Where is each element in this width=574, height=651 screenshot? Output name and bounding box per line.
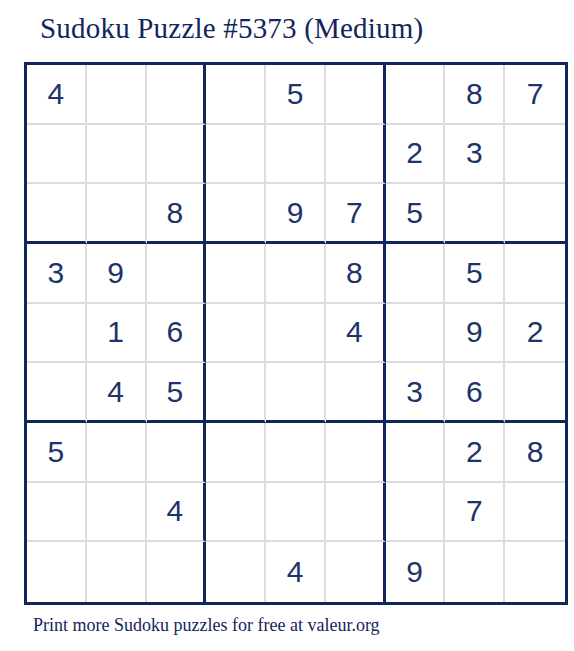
cell-r9c4[interactable] bbox=[206, 542, 266, 602]
cell-r7c7[interactable] bbox=[386, 423, 446, 483]
sudoku-page: Sudoku Puzzle #5373 (Medium) 45872389753… bbox=[0, 0, 574, 651]
cell-r5c1[interactable] bbox=[27, 304, 87, 364]
cell-r7c8[interactable]: 2 bbox=[445, 423, 505, 483]
cell-r7c9[interactable]: 8 bbox=[505, 423, 565, 483]
cell-r1c9[interactable]: 7 bbox=[505, 65, 565, 125]
cell-r9c8[interactable] bbox=[445, 542, 505, 602]
cell-r6c7[interactable]: 3 bbox=[386, 363, 446, 423]
cell-r5c2[interactable]: 1 bbox=[87, 304, 147, 364]
cell-r6c6[interactable] bbox=[326, 363, 386, 423]
cell-r2c4[interactable] bbox=[206, 125, 266, 185]
cell-r9c3[interactable] bbox=[147, 542, 207, 602]
cell-r5c3[interactable]: 6 bbox=[147, 304, 207, 364]
cell-r8c8[interactable]: 7 bbox=[445, 483, 505, 543]
cell-r1c8[interactable]: 8 bbox=[445, 65, 505, 125]
cell-r6c8[interactable]: 6 bbox=[445, 363, 505, 423]
cell-r9c9[interactable] bbox=[505, 542, 565, 602]
cell-r7c1[interactable]: 5 bbox=[27, 423, 87, 483]
cell-r2c2[interactable] bbox=[87, 125, 147, 185]
cell-r4c3[interactable] bbox=[147, 244, 207, 304]
cell-r8c2[interactable] bbox=[87, 483, 147, 543]
cell-r3c7[interactable]: 5 bbox=[386, 184, 446, 244]
cell-r1c3[interactable] bbox=[147, 65, 207, 125]
cell-r3c1[interactable] bbox=[27, 184, 87, 244]
cell-r4c6[interactable]: 8 bbox=[326, 244, 386, 304]
cell-r7c5[interactable] bbox=[266, 423, 326, 483]
cell-r5c7[interactable] bbox=[386, 304, 446, 364]
cell-r3c3[interactable]: 8 bbox=[147, 184, 207, 244]
cell-r1c6[interactable] bbox=[326, 65, 386, 125]
cell-r5c9[interactable]: 2 bbox=[505, 304, 565, 364]
cell-r6c4[interactable] bbox=[206, 363, 266, 423]
cell-r1c1[interactable]: 4 bbox=[27, 65, 87, 125]
sudoku-board: 458723897539851649245365284749 bbox=[24, 62, 568, 605]
cell-r4c9[interactable] bbox=[505, 244, 565, 304]
cell-r3c5[interactable]: 9 bbox=[266, 184, 326, 244]
cell-r1c5[interactable]: 5 bbox=[266, 65, 326, 125]
cell-r3c9[interactable] bbox=[505, 184, 565, 244]
cell-r6c9[interactable] bbox=[505, 363, 565, 423]
cell-r8c5[interactable] bbox=[266, 483, 326, 543]
cell-r2c3[interactable] bbox=[147, 125, 207, 185]
cell-r5c8[interactable]: 9 bbox=[445, 304, 505, 364]
cell-r1c4[interactable] bbox=[206, 65, 266, 125]
cell-r8c6[interactable] bbox=[326, 483, 386, 543]
cell-r4c5[interactable] bbox=[266, 244, 326, 304]
cell-r2c8[interactable]: 3 bbox=[445, 125, 505, 185]
cell-r5c4[interactable] bbox=[206, 304, 266, 364]
cell-r3c2[interactable] bbox=[87, 184, 147, 244]
cell-r3c8[interactable] bbox=[445, 184, 505, 244]
cell-r2c6[interactable] bbox=[326, 125, 386, 185]
cell-r6c1[interactable] bbox=[27, 363, 87, 423]
cell-r2c7[interactable]: 2 bbox=[386, 125, 446, 185]
cell-r2c5[interactable] bbox=[266, 125, 326, 185]
cell-r8c9[interactable] bbox=[505, 483, 565, 543]
cell-r4c1[interactable]: 3 bbox=[27, 244, 87, 304]
cell-r3c6[interactable]: 7 bbox=[326, 184, 386, 244]
cell-r7c4[interactable] bbox=[206, 423, 266, 483]
cell-r1c2[interactable] bbox=[87, 65, 147, 125]
cell-r9c5[interactable]: 4 bbox=[266, 542, 326, 602]
cell-r3c4[interactable] bbox=[206, 184, 266, 244]
cell-r9c6[interactable] bbox=[326, 542, 386, 602]
cell-r4c7[interactable] bbox=[386, 244, 446, 304]
page-title: Sudoku Puzzle #5373 (Medium) bbox=[40, 12, 423, 45]
cell-r9c7[interactable]: 9 bbox=[386, 542, 446, 602]
cell-r6c2[interactable]: 4 bbox=[87, 363, 147, 423]
cell-r8c1[interactable] bbox=[27, 483, 87, 543]
cell-r1c7[interactable] bbox=[386, 65, 446, 125]
cell-r8c7[interactable] bbox=[386, 483, 446, 543]
cell-r8c3[interactable]: 4 bbox=[147, 483, 207, 543]
cell-r4c2[interactable]: 9 bbox=[87, 244, 147, 304]
cell-r2c1[interactable] bbox=[27, 125, 87, 185]
cell-r7c6[interactable] bbox=[326, 423, 386, 483]
footer-text: Print more Sudoku puzzles for free at va… bbox=[33, 615, 380, 636]
cell-r2c9[interactable] bbox=[505, 125, 565, 185]
cell-r5c5[interactable] bbox=[266, 304, 326, 364]
cell-r6c5[interactable] bbox=[266, 363, 326, 423]
cell-r4c8[interactable]: 5 bbox=[445, 244, 505, 304]
cell-r5c6[interactable]: 4 bbox=[326, 304, 386, 364]
cell-r9c2[interactable] bbox=[87, 542, 147, 602]
cell-r7c2[interactable] bbox=[87, 423, 147, 483]
cell-r9c1[interactable] bbox=[27, 542, 87, 602]
cell-r8c4[interactable] bbox=[206, 483, 266, 543]
cell-r6c3[interactable]: 5 bbox=[147, 363, 207, 423]
cell-r4c4[interactable] bbox=[206, 244, 266, 304]
cell-r7c3[interactable] bbox=[147, 423, 207, 483]
